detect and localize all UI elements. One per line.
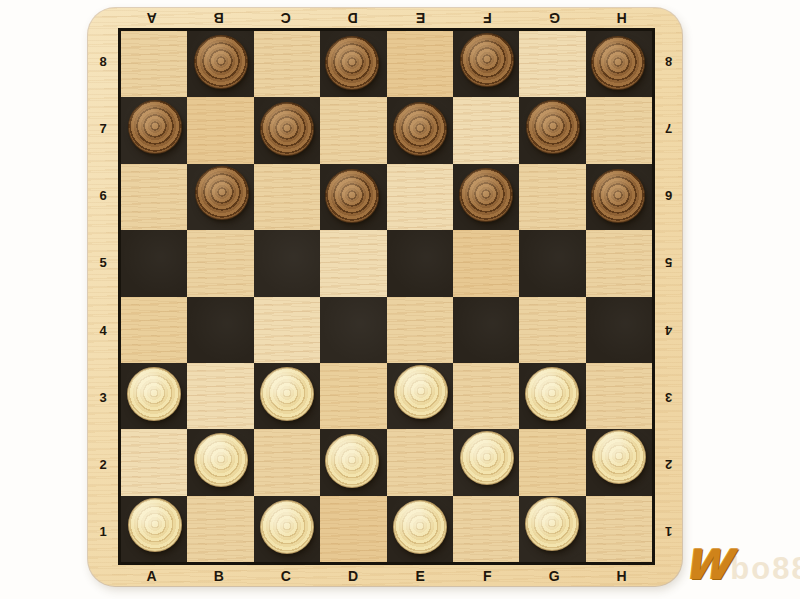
dark-piece-f8[interactable] <box>460 33 514 87</box>
dark-piece-f6[interactable] <box>459 168 513 222</box>
dark-piece-b6[interactable] <box>195 166 249 220</box>
square-c5[interactable] <box>254 230 320 296</box>
rank-label-right-2: 2 <box>655 431 682 498</box>
file-label-bottom-d: D <box>319 565 386 586</box>
square-a2[interactable] <box>121 429 187 495</box>
light-piece-e3[interactable] <box>394 365 448 419</box>
square-g8[interactable] <box>519 31 585 97</box>
square-c2[interactable] <box>254 429 320 495</box>
square-e2[interactable] <box>387 429 453 495</box>
rank-label-right-6: 6 <box>655 162 682 229</box>
file-label-bottom-f: F <box>454 565 521 586</box>
board-grid <box>118 28 655 565</box>
square-b7[interactable] <box>187 97 253 163</box>
square-c3[interactable] <box>254 363 320 429</box>
dark-piece-g7[interactable] <box>526 100 580 154</box>
square-g1[interactable] <box>519 496 585 562</box>
square-h5[interactable] <box>586 230 652 296</box>
light-piece-a3[interactable] <box>127 367 181 421</box>
dark-piece-d6[interactable] <box>325 169 379 223</box>
square-h7[interactable] <box>586 97 652 163</box>
square-e1[interactable] <box>387 496 453 562</box>
dark-piece-h6[interactable] <box>591 169 645 223</box>
square-h3[interactable] <box>586 363 652 429</box>
photo-canvas: ABCDEFGH ABCDEFGH 87654321 87654321 W bo… <box>0 0 800 599</box>
square-h2[interactable] <box>586 429 652 495</box>
square-g3[interactable] <box>519 363 585 429</box>
square-c7[interactable] <box>254 97 320 163</box>
light-piece-c3[interactable] <box>260 367 314 421</box>
square-e6[interactable] <box>387 164 453 230</box>
file-label-top-e: E <box>387 8 454 28</box>
file-labels-bottom: ABCDEFGH <box>118 565 655 586</box>
dark-piece-c7[interactable] <box>260 102 314 156</box>
square-f5[interactable] <box>453 230 519 296</box>
square-b4[interactable] <box>187 297 253 363</box>
file-labels-top: ABCDEFGH <box>118 8 655 28</box>
square-e3[interactable] <box>387 363 453 429</box>
dark-piece-b8[interactable] <box>194 35 248 89</box>
square-d4[interactable] <box>320 297 386 363</box>
rank-label-left-8: 8 <box>88 28 118 95</box>
square-e8[interactable] <box>387 31 453 97</box>
square-g7[interactable] <box>519 97 585 163</box>
file-label-top-g: G <box>521 8 588 28</box>
square-d6[interactable] <box>320 164 386 230</box>
square-f6[interactable] <box>453 164 519 230</box>
square-f8[interactable] <box>453 31 519 97</box>
rank-label-left-2: 2 <box>88 431 118 498</box>
rank-label-right-1: 1 <box>655 498 682 565</box>
square-c6[interactable] <box>254 164 320 230</box>
square-d7[interactable] <box>320 97 386 163</box>
light-piece-f2[interactable] <box>460 431 514 485</box>
light-piece-b2[interactable] <box>194 433 248 487</box>
rank-label-right-7: 7 <box>655 95 682 162</box>
file-label-top-d: D <box>319 8 386 28</box>
square-c8[interactable] <box>254 31 320 97</box>
file-label-bottom-b: B <box>185 565 252 586</box>
square-h6[interactable] <box>586 164 652 230</box>
light-piece-g3[interactable] <box>525 367 579 421</box>
square-h1[interactable] <box>586 496 652 562</box>
square-b1[interactable] <box>187 496 253 562</box>
rank-label-right-5: 5 <box>655 229 682 296</box>
square-b2[interactable] <box>187 429 253 495</box>
file-label-bottom-e: E <box>387 565 454 586</box>
file-label-top-b: B <box>185 8 252 28</box>
square-f3[interactable] <box>453 363 519 429</box>
light-piece-d2[interactable] <box>325 434 379 488</box>
square-e5[interactable] <box>387 230 453 296</box>
file-label-bottom-g: G <box>521 565 588 586</box>
file-label-bottom-a: A <box>118 565 185 586</box>
square-g6[interactable] <box>519 164 585 230</box>
square-d8[interactable] <box>320 31 386 97</box>
square-f7[interactable] <box>453 97 519 163</box>
square-d2[interactable] <box>320 429 386 495</box>
square-f1[interactable] <box>453 496 519 562</box>
rank-label-left-6: 6 <box>88 162 118 229</box>
rank-label-right-4: 4 <box>655 297 682 364</box>
checkers-board: ABCDEFGH ABCDEFGH 87654321 87654321 <box>88 8 682 586</box>
file-label-top-a: A <box>118 8 185 28</box>
file-label-top-f: F <box>454 8 521 28</box>
square-h8[interactable] <box>586 31 652 97</box>
rank-labels-left: 87654321 <box>88 28 118 565</box>
light-piece-e1[interactable] <box>393 500 447 554</box>
dark-piece-h8[interactable] <box>591 36 645 90</box>
square-b6[interactable] <box>187 164 253 230</box>
rank-label-left-7: 7 <box>88 95 118 162</box>
light-piece-a1[interactable] <box>128 498 182 552</box>
rank-label-right-3: 3 <box>655 364 682 431</box>
rank-label-left-1: 1 <box>88 498 118 565</box>
square-d5[interactable] <box>320 230 386 296</box>
rank-label-left-4: 4 <box>88 297 118 364</box>
watermark-text: bo88 <box>730 553 800 586</box>
square-g4[interactable] <box>519 297 585 363</box>
square-a6[interactable] <box>121 164 187 230</box>
square-a5[interactable] <box>121 230 187 296</box>
dark-piece-d8[interactable] <box>325 36 379 90</box>
dark-piece-a7[interactable] <box>128 100 182 154</box>
rank-label-right-8: 8 <box>655 28 682 95</box>
square-d3[interactable] <box>320 363 386 429</box>
rank-label-left-3: 3 <box>88 364 118 431</box>
square-g5[interactable] <box>519 230 585 296</box>
square-a8[interactable] <box>121 31 187 97</box>
square-g2[interactable] <box>519 429 585 495</box>
square-e7[interactable] <box>387 97 453 163</box>
square-f4[interactable] <box>453 297 519 363</box>
file-label-bottom-c: C <box>252 565 319 586</box>
square-e4[interactable] <box>387 297 453 363</box>
square-c4[interactable] <box>254 297 320 363</box>
square-a4[interactable] <box>121 297 187 363</box>
watermark-w-icon: W <box>682 544 730 586</box>
square-a3[interactable] <box>121 363 187 429</box>
light-piece-c1[interactable] <box>260 500 314 554</box>
rank-label-left-5: 5 <box>88 229 118 296</box>
square-b3[interactable] <box>187 363 253 429</box>
square-f2[interactable] <box>453 429 519 495</box>
dark-piece-e7[interactable] <box>393 102 447 156</box>
file-label-top-c: C <box>252 8 319 28</box>
square-b8[interactable] <box>187 31 253 97</box>
square-b5[interactable] <box>187 230 253 296</box>
square-a7[interactable] <box>121 97 187 163</box>
square-d1[interactable] <box>320 496 386 562</box>
square-h4[interactable] <box>586 297 652 363</box>
rank-labels-right: 87654321 <box>655 28 682 565</box>
square-a1[interactable] <box>121 496 187 562</box>
square-c1[interactable] <box>254 496 320 562</box>
watermark: W bo88 <box>684 544 800 586</box>
file-label-top-h: H <box>588 8 655 28</box>
light-piece-h2[interactable] <box>592 430 646 484</box>
light-piece-g1[interactable] <box>525 497 579 551</box>
file-label-bottom-h: H <box>588 565 655 586</box>
